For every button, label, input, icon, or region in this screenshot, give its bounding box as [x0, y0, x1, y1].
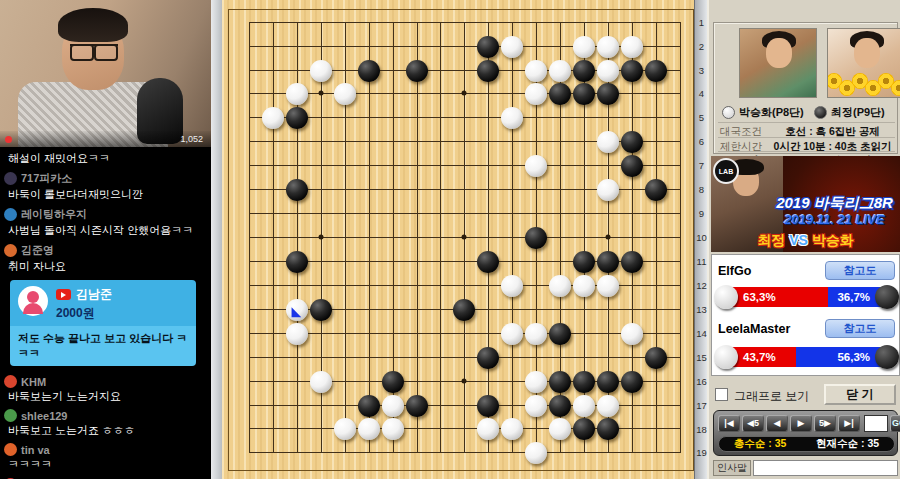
chat-message: KHM바둑보는기 노는거지요: [0, 370, 211, 404]
avatar: [4, 375, 17, 388]
chat-text: 사범님 돌아직 시즌시작 안했어욤ㅋㅋ: [4, 222, 207, 237]
nav-button[interactable]: ◀: [766, 415, 788, 432]
engine-name: LeelaMaster: [718, 322, 790, 336]
greeting-label: 인사말: [713, 460, 751, 476]
black-stone: [597, 418, 619, 440]
black-stone: [597, 251, 619, 273]
star-point: [462, 91, 467, 96]
chat-column: 1,052 해설이 재밌어요ㅋㅋ 717피카소바둑이 롤보다더재밋으니깐 레이팅…: [0, 0, 211, 479]
black-player-face: [854, 38, 880, 68]
superchat-card: 김남준 2000원 저도 수능 끝나고 보고 있습니다 ㅋㅋㅋ: [10, 280, 196, 366]
black-stone: [645, 179, 667, 201]
players-info-box: 박승화(P8단) 최정(P9단) 대국조건 호선 : 흑 6집반 공제 제한시간…: [713, 22, 898, 154]
black-stone: [645, 60, 667, 82]
nav-buttons: |◀◀5◀▶5▶▶|: [718, 415, 860, 432]
engine-name: ElfGo: [718, 264, 751, 278]
black-stone: [645, 347, 667, 369]
black-stone: [358, 395, 380, 417]
avatar: [4, 443, 17, 456]
white-stone: [525, 323, 547, 345]
grid-line-v: [656, 22, 657, 454]
chat-username: tin va: [21, 444, 50, 456]
white-stone: [501, 36, 523, 58]
lab-badge-icon: LAB: [713, 158, 739, 184]
reference-diagram-button[interactable]: 참고도: [825, 261, 895, 280]
youtube-icon: [56, 289, 71, 300]
black-stone: [310, 299, 332, 321]
grid-line-h: [249, 333, 681, 334]
white-stone: [621, 36, 643, 58]
grid-line-v: [680, 22, 681, 454]
chat-message: 김준영취미 자나요: [0, 238, 211, 274]
white-player-photo: [739, 28, 817, 98]
banner-title: 2019 바둑리그8R: [769, 194, 900, 213]
chat-message: tin vaㅋㅋㅋㅋ: [0, 438, 211, 472]
black-stone: [358, 60, 380, 82]
white-stone: [334, 418, 356, 440]
last-move-marker: [286, 299, 308, 321]
white-stone: [382, 418, 404, 440]
star-point: [462, 235, 467, 240]
white-stone: [501, 323, 523, 345]
white-stone: [310, 371, 332, 393]
black-stone-icon: [875, 285, 899, 309]
black-stone: [597, 371, 619, 393]
close-button[interactable]: 닫 기: [824, 384, 896, 405]
black-stone: [573, 371, 595, 393]
grid-line-h: [249, 357, 681, 358]
black-stone: [477, 395, 499, 417]
superchat-text: 저도 수능 끝나고 보고 있습니다 ㅋㅋㅋ: [10, 326, 196, 366]
white-stone-icon: [714, 345, 738, 369]
black-winrate-pct: 56,3%: [837, 351, 870, 363]
superchat-header: 김남준 2000원: [10, 280, 196, 326]
black-stone: [477, 60, 499, 82]
chat-text: 바둑보는기 노는거지요: [4, 388, 207, 403]
flower-emojis: [828, 71, 900, 97]
greeting-input[interactable]: [753, 460, 898, 476]
black-stone: [621, 60, 643, 82]
black-stone-icon: [875, 345, 899, 369]
white-stone: [597, 179, 619, 201]
superchat-amount: 2000원: [56, 305, 112, 322]
white-stone: [286, 83, 308, 105]
engine-row-leelamaster: LeelaMaster 참고도: [718, 319, 895, 339]
move-counter-bar: 총수순 : 35 현재수순 : 35: [718, 436, 895, 452]
star-point: [318, 91, 323, 96]
black-stone: [621, 155, 643, 177]
game-info-panel: 박승화(P8단) 최정(P9단) 대국조건 호선 : 흑 6집반 공제 제한시간…: [707, 0, 900, 479]
white-stone: [477, 418, 499, 440]
banner-subtitle: 2019.11. 21 LIVE: [769, 212, 900, 227]
chat-text: 바둑이 롤보다더재밋으니깐: [4, 186, 207, 201]
black-stone: [549, 371, 571, 393]
leelamaster-winrate-bar: 43,7% 56,3%: [716, 345, 897, 369]
avatar: [4, 172, 17, 185]
black-stone: [477, 36, 499, 58]
black-stone: [573, 251, 595, 273]
white-stone: [525, 60, 547, 82]
chat-message: 레이팅하우지사범님 돌아직 시즌시작 안했어욤ㅋㅋ: [0, 202, 211, 238]
elfgo-winrate-bar: 63,3% 36,7%: [716, 285, 897, 309]
black-stone: [573, 83, 595, 105]
banner-versus: 최정 VS 박승화: [711, 232, 900, 250]
chat-message: shlee129바둑보고 노는거죠 ㅎㅎㅎ: [0, 404, 211, 438]
white-stone: [525, 83, 547, 105]
graph-view-checkbox[interactable]: [715, 388, 728, 401]
white-stone: [334, 83, 356, 105]
superchat-username: 김남준: [76, 286, 112, 303]
row-coordinate-strip: 12345678910111213141516171819: [694, 0, 707, 479]
chat-text: 취미 자나요: [4, 258, 207, 273]
black-stone: [549, 83, 571, 105]
flower-icon: [891, 80, 900, 96]
live-dot-icon: [5, 136, 12, 143]
white-stone: [358, 418, 380, 440]
star-point: [318, 235, 323, 240]
chat-message: 717피카소바둑이 롤보다더재밋으니깐: [0, 166, 211, 202]
chat-username: KHM: [21, 376, 46, 388]
stream-screen: 1,052 해설이 재밌어요ㅋㅋ 717피카소바둑이 롤보다더재밋으니깐 레이팅…: [0, 0, 900, 479]
chat-username: 717피카소: [21, 171, 72, 186]
white-stone: [525, 395, 547, 417]
white-stone: [597, 60, 619, 82]
move-navigation-panel: |◀◀5◀▶5▶▶| GO 총수순 : 35 현재수순 : 35: [713, 410, 898, 456]
white-stone: [525, 155, 547, 177]
engine-row-elfgo: ElfGo 참고도: [718, 261, 895, 281]
white-stone: [310, 60, 332, 82]
board-grid[interactable]: [249, 22, 680, 453]
winrate-bar: 63,3% 36,7%: [725, 287, 888, 307]
white-winrate-pct: 43,7%: [743, 351, 776, 363]
white-stone: [525, 442, 547, 464]
chat-message: 노혜정옵치옵치ㅣㅣ: [0, 472, 211, 479]
chat-username: 레이팅하우지: [21, 207, 87, 222]
white-stone: [262, 107, 284, 129]
nav-button[interactable]: ▶: [790, 415, 812, 432]
black-stone: [286, 251, 308, 273]
black-stone: [477, 347, 499, 369]
chat-username: 김준영: [21, 243, 54, 258]
black-player-row: 최정(P9단): [814, 105, 900, 120]
white-stone: [621, 323, 643, 345]
versus-black-name: 최정: [757, 232, 785, 248]
black-stone: [573, 418, 595, 440]
white-stone: [597, 131, 619, 153]
move-number-input[interactable]: [864, 415, 888, 432]
white-stone: [286, 323, 308, 345]
white-winrate-segment: [725, 287, 828, 307]
graph-view-label: 그래프로 보기: [734, 388, 809, 405]
white-stone: [573, 395, 595, 417]
black-winrate-pct: 36,7%: [837, 291, 870, 303]
black-stone: [621, 131, 643, 153]
go-button[interactable]: GO: [890, 415, 900, 432]
board-window: 12345678910111213141516171819: [211, 0, 707, 479]
black-stone: [597, 83, 619, 105]
ai-evaluation-box: ElfGo 참고도 63,3% 36,7% LeelaMaster 참고도: [711, 254, 900, 376]
grid-line-v: [488, 22, 489, 454]
black-stone-icon: [814, 106, 827, 119]
white-player-face: [766, 38, 792, 68]
total-moves: 총수순 : 35: [734, 437, 787, 451]
white-stone: [501, 107, 523, 129]
white-stone: [573, 36, 595, 58]
video-status-bar: [0, 131, 211, 147]
black-stone: [406, 395, 428, 417]
chat-username: shlee129: [21, 410, 67, 422]
black-stone: [549, 395, 571, 417]
nav-button[interactable]: |◀: [718, 415, 740, 432]
nav-button[interactable]: ▶|: [838, 415, 860, 432]
black-stone: [453, 299, 475, 321]
black-stone: [286, 107, 308, 129]
black-stone: [621, 371, 643, 393]
nav-button[interactable]: 5▶: [814, 415, 836, 432]
go-board[interactable]: [222, 0, 697, 479]
black-player-name: 최정(P9단): [831, 105, 885, 120]
star-point: [462, 378, 467, 383]
white-stone: [501, 275, 523, 297]
white-stone: [525, 371, 547, 393]
white-stone: [382, 395, 404, 417]
black-stone: [549, 323, 571, 345]
black-stone: [621, 251, 643, 273]
grid-line-h: [249, 452, 681, 453]
white-player-name: 박승화(P8단): [739, 105, 804, 120]
nav-button[interactable]: ◀5: [742, 415, 764, 432]
chat-text: 해설이 재밌어요ㅋㅋ: [4, 150, 207, 165]
winrate-bar: 43,7% 56,3%: [725, 347, 888, 367]
white-stone-icon: [714, 285, 738, 309]
reference-diagram-button[interactable]: 참고도: [825, 319, 895, 338]
avatar: [18, 286, 48, 316]
black-player-photo: [827, 28, 900, 98]
black-stone: [286, 179, 308, 201]
white-stone: [597, 275, 619, 297]
star-point: [605, 235, 610, 240]
commentator-hair: [58, 8, 128, 42]
white-stone: [597, 395, 619, 417]
versus-label: VS: [789, 232, 808, 248]
black-stone: [382, 371, 404, 393]
white-player-row: 박승화(P8단): [722, 105, 812, 120]
black-stone: [406, 60, 428, 82]
chat-message: 해설이 재밌어요ㅋㅋ: [0, 149, 211, 166]
avatar: [4, 409, 17, 422]
white-stone: [549, 60, 571, 82]
greeting-row: 인사말: [713, 460, 898, 477]
black-stone: [477, 251, 499, 273]
graph-option-row: 그래프로 보기 닫 기: [713, 386, 898, 406]
divider: [718, 151, 895, 152]
white-stone: [501, 418, 523, 440]
chat-message-list[interactable]: 해설이 재밌어요ㅋㅋ 717피카소바둑이 롤보다더재밋으니깐 레이팅하우지사범님…: [0, 149, 211, 479]
white-stone: [286, 299, 308, 321]
white-stone: [549, 418, 571, 440]
divider: [718, 122, 895, 123]
white-stone: [549, 275, 571, 297]
versus-white-name: 박승화: [812, 232, 854, 248]
chat-text: ㅋㅋㅋㅋ: [4, 456, 207, 471]
white-stone: [597, 36, 619, 58]
avatar: [4, 244, 17, 257]
white-winrate-pct: 63,3%: [743, 291, 776, 303]
chat-text: 바둑보고 노는거죠 ㅎㅎㅎ: [4, 422, 207, 437]
webcam-video: 1,052: [0, 0, 211, 147]
white-stone: [573, 275, 595, 297]
commentator-glasses: [70, 44, 118, 58]
current-moves: 현재수순 : 35: [816, 437, 879, 451]
league-banner: LAB 2019 바둑리그8R 2019.11. 21 LIVE 최정 VS 박…: [711, 156, 900, 252]
grid-line-v: [512, 22, 513, 454]
black-stone: [573, 60, 595, 82]
black-stone: [525, 227, 547, 249]
viewer-count: 1,052: [180, 134, 203, 144]
avatar: [4, 208, 17, 221]
white-stone-icon: [722, 106, 735, 119]
divider: [718, 137, 895, 138]
